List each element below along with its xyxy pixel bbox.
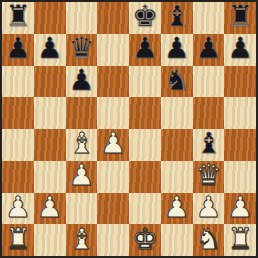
- square-e4[interactable]: [129, 129, 161, 161]
- white-pawn[interactable]: ♟: [227, 193, 253, 222]
- square-a5[interactable]: [2, 97, 34, 129]
- square-g6[interactable]: [193, 66, 225, 98]
- white-pawn[interactable]: ♟: [37, 193, 63, 222]
- black-pawn[interactable]: ♟: [5, 34, 31, 63]
- square-b2[interactable]: ♟: [34, 193, 66, 225]
- white-pawn[interactable]: ♟: [195, 193, 221, 222]
- black-pawn[interactable]: ♟: [37, 34, 63, 63]
- square-g3[interactable]: ♛: [193, 161, 225, 193]
- black-bishop[interactable]: ♝: [195, 129, 221, 158]
- square-g4[interactable]: ♝: [193, 129, 225, 161]
- square-h5[interactable]: [224, 97, 256, 129]
- black-pawn[interactable]: ♟: [164, 34, 190, 63]
- square-c1[interactable]: ♝: [66, 224, 98, 256]
- square-a2[interactable]: ♟: [2, 193, 34, 225]
- square-h4[interactable]: [224, 129, 256, 161]
- square-a6[interactable]: [2, 66, 34, 98]
- square-h2[interactable]: ♟: [224, 193, 256, 225]
- square-a4[interactable]: [2, 129, 34, 161]
- square-c4[interactable]: ♝: [66, 129, 98, 161]
- square-h1[interactable]: ♜: [224, 224, 256, 256]
- square-d3[interactable]: [97, 161, 129, 193]
- black-pawn[interactable]: ♟: [68, 66, 94, 95]
- square-d2[interactable]: [97, 193, 129, 225]
- square-c7[interactable]: ♛: [66, 34, 98, 66]
- square-a1[interactable]: ♜: [2, 224, 34, 256]
- square-d6[interactable]: [97, 66, 129, 98]
- square-b3[interactable]: [34, 161, 66, 193]
- square-h8[interactable]: ♜: [224, 2, 256, 34]
- white-rook[interactable]: ♜: [227, 225, 253, 254]
- square-e3[interactable]: [129, 161, 161, 193]
- black-pawn[interactable]: ♟: [132, 34, 158, 63]
- square-e1[interactable]: ♚: [129, 224, 161, 256]
- square-b5[interactable]: [34, 97, 66, 129]
- black-rook[interactable]: ♜: [5, 2, 31, 31]
- white-king[interactable]: ♚: [132, 225, 158, 254]
- black-king[interactable]: ♚: [132, 2, 158, 31]
- square-f1[interactable]: [161, 224, 193, 256]
- square-a3[interactable]: [2, 161, 34, 193]
- square-c6[interactable]: ♟: [66, 66, 98, 98]
- square-g8[interactable]: [193, 2, 225, 34]
- square-h7[interactable]: ♟: [224, 34, 256, 66]
- square-b6[interactable]: [34, 66, 66, 98]
- white-knight[interactable]: ♞: [195, 225, 221, 254]
- black-bishop[interactable]: ♝: [164, 2, 190, 31]
- square-f3[interactable]: [161, 161, 193, 193]
- square-e8[interactable]: ♚: [129, 2, 161, 34]
- black-pawn[interactable]: ♟: [195, 34, 221, 63]
- square-d8[interactable]: [97, 2, 129, 34]
- square-d5[interactable]: [97, 97, 129, 129]
- square-e7[interactable]: ♟: [129, 34, 161, 66]
- black-rook[interactable]: ♜: [227, 2, 253, 31]
- square-a7[interactable]: ♟: [2, 34, 34, 66]
- square-f8[interactable]: ♝: [161, 2, 193, 34]
- chess-board: ♜♚♝♜♟♟♛♟♟♟♟♟♞♝♟♝♟♛♟♟♟♟♟♜♝♚♞♜: [0, 0, 258, 258]
- white-queen[interactable]: ♛: [195, 161, 221, 190]
- square-g5[interactable]: [193, 97, 225, 129]
- square-c8[interactable]: [66, 2, 98, 34]
- square-f6[interactable]: ♞: [161, 66, 193, 98]
- white-pawn[interactable]: ♟: [100, 129, 126, 158]
- square-a8[interactable]: ♜: [2, 2, 34, 34]
- square-e2[interactable]: [129, 193, 161, 225]
- square-h6[interactable]: [224, 66, 256, 98]
- white-bishop[interactable]: ♝: [68, 129, 94, 158]
- black-pawn[interactable]: ♟: [227, 34, 253, 63]
- square-c3[interactable]: ♟: [66, 161, 98, 193]
- square-f2[interactable]: ♟: [161, 193, 193, 225]
- white-bishop[interactable]: ♝: [68, 225, 94, 254]
- square-h3[interactable]: [224, 161, 256, 193]
- square-d7[interactable]: [97, 34, 129, 66]
- white-pawn[interactable]: ♟: [5, 193, 31, 222]
- square-d4[interactable]: ♟: [97, 129, 129, 161]
- white-rook[interactable]: ♜: [5, 225, 31, 254]
- black-knight[interactable]: ♞: [164, 66, 190, 95]
- square-b4[interactable]: [34, 129, 66, 161]
- chess-diagram: ♜♚♝♜♟♟♛♟♟♟♟♟♞♝♟♝♟♛♟♟♟♟♟♜♝♚♞♜: [0, 0, 258, 258]
- square-d1[interactable]: [97, 224, 129, 256]
- square-e5[interactable]: [129, 97, 161, 129]
- square-c2[interactable]: [66, 193, 98, 225]
- white-pawn[interactable]: ♟: [164, 193, 190, 222]
- square-f5[interactable]: [161, 97, 193, 129]
- square-e6[interactable]: [129, 66, 161, 98]
- square-b8[interactable]: [34, 2, 66, 34]
- square-g2[interactable]: ♟: [193, 193, 225, 225]
- square-b7[interactable]: ♟: [34, 34, 66, 66]
- white-pawn[interactable]: ♟: [68, 161, 94, 190]
- black-queen[interactable]: ♛: [68, 34, 94, 63]
- square-g7[interactable]: ♟: [193, 34, 225, 66]
- square-c5[interactable]: [66, 97, 98, 129]
- square-f7[interactable]: ♟: [161, 34, 193, 66]
- square-f4[interactable]: [161, 129, 193, 161]
- square-g1[interactable]: ♞: [193, 224, 225, 256]
- square-b1[interactable]: [34, 224, 66, 256]
